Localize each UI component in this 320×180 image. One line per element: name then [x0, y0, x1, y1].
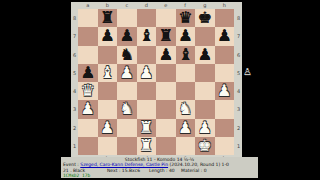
- white-pawn-h4: ♟: [217, 83, 231, 99]
- square-h8: [215, 9, 235, 27]
- square-f1: [176, 137, 196, 155]
- square-b1: [98, 137, 118, 155]
- square-a1: [78, 137, 98, 155]
- square-c7: ♟: [117, 27, 137, 45]
- square-a2: [78, 119, 98, 137]
- square-f6: ♝: [176, 46, 196, 64]
- square-e7: ♜: [156, 27, 176, 45]
- coordinate-label: 6: [71, 46, 78, 64]
- black-pawn-g6: ♟: [198, 47, 212, 63]
- square-b7: ♟: [98, 27, 118, 45]
- black-pawn-f7: ♟: [178, 28, 192, 44]
- black-king-g8: ♚: [198, 10, 212, 26]
- coordinate-label: e: [156, 2, 176, 9]
- white-pawn-b2: ♟: [100, 120, 114, 136]
- square-e5: [156, 64, 176, 82]
- white-pawn-d5: ♟: [139, 65, 153, 81]
- square-h2: [215, 119, 235, 137]
- square-f3: ♞: [176, 100, 196, 118]
- square-h4: ♟: [215, 82, 235, 100]
- chess-board: ♜♛♚♟♟♝♜♟♟♞♟♝♟♟♝♟♟♛♟♟♞♞♟♜♟♟♜♚: [78, 9, 234, 155]
- white-rook-d1: ♜: [139, 138, 153, 154]
- game-info-panel: Stockfish 11 - Komodo 14 ½-½ Event : Sze…: [61, 157, 258, 178]
- square-d3: [137, 100, 157, 118]
- white-queen-a4: ♛: [81, 83, 95, 99]
- square-c8: [117, 9, 137, 27]
- square-c1: [117, 137, 137, 155]
- black-knight-c6: ♞: [120, 47, 134, 63]
- white-knight-f3: ♞: [178, 101, 192, 117]
- coordinate-label: 8: [235, 9, 242, 27]
- rank-labels-right: 87654321: [235, 9, 242, 155]
- coordinate-label: 3: [235, 100, 242, 118]
- white-pawn-f2: ♟: [178, 120, 192, 136]
- square-f5: [176, 64, 196, 82]
- square-e1: [156, 137, 176, 155]
- coordinate-label: 7: [235, 27, 242, 45]
- square-b4: [98, 82, 118, 100]
- coordinate-label: 6: [235, 46, 242, 64]
- rank-labels-left: 87654321: [71, 9, 78, 155]
- black-pawn-h7: ♟: [217, 28, 231, 44]
- square-d4: [137, 82, 157, 100]
- square-g5: [195, 64, 215, 82]
- square-h5: [215, 64, 235, 82]
- black-rook-e7: ♜: [159, 28, 173, 44]
- square-e3: [156, 100, 176, 118]
- chess-board-widget: abcdefgh 87654321 87654321 abcdefgh ♜♛♚♟…: [71, 2, 242, 161]
- square-c6: ♞: [117, 46, 137, 64]
- white-pawn-icon: ♙: [243, 66, 252, 77]
- black-rook-b8: ♜: [100, 10, 114, 26]
- white-knight-c3: ♞: [120, 101, 134, 117]
- video-frame: abcdefgh 87654321 87654321 abcdefgh ♜♛♚♟…: [0, 0, 320, 180]
- square-h1: [215, 137, 235, 155]
- black-pawn-c7: ♟: [120, 28, 134, 44]
- square-g2: ♟: [195, 119, 215, 137]
- square-d7: ♝: [137, 27, 157, 45]
- black-pawn-a5: ♟: [81, 65, 95, 81]
- square-e6: ♟: [156, 46, 176, 64]
- square-f8: ♛: [176, 9, 196, 27]
- square-b2: ♟: [98, 119, 118, 137]
- square-d2: ♜: [137, 119, 157, 137]
- square-d1: ♜: [137, 137, 157, 155]
- square-a5: ♟: [78, 64, 98, 82]
- black-queen-f8: ♛: [178, 10, 192, 26]
- coordinate-label: c: [117, 2, 137, 9]
- square-d8: [137, 9, 157, 27]
- square-a7: [78, 27, 98, 45]
- square-b3: [98, 100, 118, 118]
- square-c4: [117, 82, 137, 100]
- square-a8: [78, 9, 98, 27]
- square-g4: [195, 82, 215, 100]
- square-c3: ♞: [117, 100, 137, 118]
- event-label: Event :: [63, 162, 80, 167]
- coordinate-label: 4: [71, 82, 78, 100]
- square-e8: [156, 9, 176, 27]
- coordinate-label: 1: [71, 137, 78, 155]
- square-h6: [215, 46, 235, 64]
- coordinate-label: 2: [71, 119, 78, 137]
- square-c5: ♟: [117, 64, 137, 82]
- coordinate-label: h: [215, 2, 235, 9]
- square-b6: [98, 46, 118, 64]
- black-pawn-b7: ♟: [100, 28, 114, 44]
- white-pawn-g2: ♟: [198, 120, 212, 136]
- square-h7: ♟: [215, 27, 235, 45]
- square-a6: [78, 46, 98, 64]
- square-g7: [195, 27, 215, 45]
- black-bishop-f6: ♝: [178, 47, 192, 63]
- coordinate-label: d: [137, 2, 157, 9]
- square-f7: ♟: [176, 27, 196, 45]
- white-pawn-c5: ♟: [120, 65, 134, 81]
- event-link: Szeged, Caro-Kann Defense, Castle Pin: [80, 162, 168, 167]
- square-b5: ♝: [98, 64, 118, 82]
- square-f2: ♟: [176, 119, 196, 137]
- square-c2: [117, 119, 137, 137]
- square-d5: ♟: [137, 64, 157, 82]
- square-g6: ♟: [195, 46, 215, 64]
- square-a3: ♟: [78, 100, 98, 118]
- coordinate-label: 5: [235, 64, 242, 82]
- coordinate-label: 1: [235, 137, 242, 155]
- square-g8: ♚: [195, 9, 215, 27]
- coordinate-label: a: [78, 2, 98, 9]
- coordinate-label: 7: [71, 27, 78, 45]
- code-line: 1CMsD2 17b: [61, 173, 258, 178]
- square-d6: [137, 46, 157, 64]
- square-a4: ♛: [78, 82, 98, 100]
- square-e4: [156, 82, 176, 100]
- coordinate-label: 8: [71, 9, 78, 27]
- square-g3: [195, 100, 215, 118]
- coordinate-label: 2: [235, 119, 242, 137]
- black-bishop-d7: ♝: [139, 28, 153, 44]
- white-king-g1: ♚: [198, 138, 212, 154]
- square-g1: ♚: [195, 137, 215, 155]
- black-pawn-e6: ♟: [159, 47, 173, 63]
- square-f4: [176, 82, 196, 100]
- square-b8: ♜: [98, 9, 118, 27]
- coordinate-label: 4: [235, 82, 242, 100]
- square-e2: [156, 119, 176, 137]
- square-h3: [215, 100, 235, 118]
- event-rest: (2024.10.20, Round 1) 1-0: [168, 162, 229, 167]
- white-bishop-b5: ♝: [100, 65, 114, 81]
- coordinate-label: 5: [71, 64, 78, 82]
- white-rook-d2: ♜: [139, 120, 153, 136]
- white-pawn-a3: ♟: [81, 101, 95, 117]
- coordinate-label: 3: [71, 100, 78, 118]
